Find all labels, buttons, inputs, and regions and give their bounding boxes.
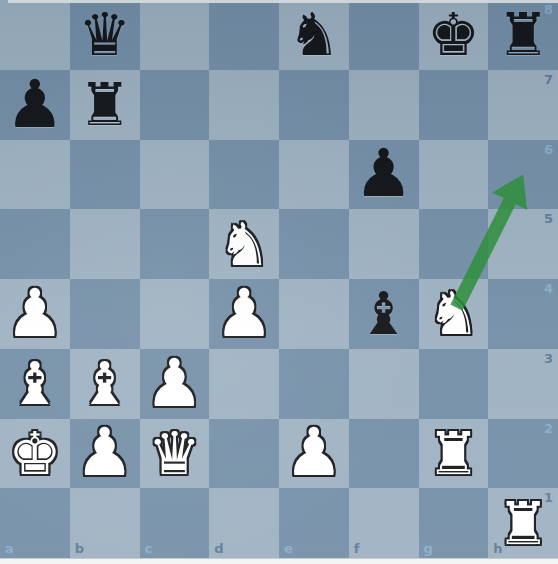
square-a2[interactable]: ♚ (0, 419, 70, 489)
square-e4[interactable] (279, 279, 349, 349)
square-a6[interactable] (0, 140, 70, 210)
piece-black-rook[interactable]: ♜ (488, 0, 558, 70)
file-label-g: g (424, 542, 433, 555)
square-f7[interactable] (349, 70, 419, 140)
file-label-e: e (284, 542, 293, 555)
piece-white-pawn[interactable]: ♟ (0, 279, 70, 349)
square-c8[interactable] (140, 0, 210, 70)
square-a3[interactable]: ♝ (0, 349, 70, 419)
square-h1[interactable]: ♜h1 (488, 488, 558, 558)
square-f2[interactable] (349, 419, 419, 489)
piece-white-pawn[interactable]: ♟ (209, 279, 279, 349)
square-f8[interactable] (349, 0, 419, 70)
square-h3[interactable]: 3 (488, 349, 558, 419)
square-a7[interactable]: ♟ (0, 70, 70, 140)
piece-black-king[interactable]: ♚ (419, 0, 489, 70)
square-g7[interactable] (419, 70, 489, 140)
piece-white-bishop[interactable]: ♝ (70, 349, 140, 419)
file-label-f: f (354, 542, 360, 555)
top-edge-strip (8, 0, 558, 3)
piece-black-bishop[interactable]: ♝ (349, 279, 419, 349)
square-h7[interactable]: 7 (488, 70, 558, 140)
square-f5[interactable] (349, 209, 419, 279)
square-h2[interactable]: 2 (488, 419, 558, 489)
page: ♛♞♚♜8♟♜7♟6♞5♟♟♝♞4♝♝♟3♚♟♛♟♜2abcdefg♜h1 (0, 0, 558, 564)
square-b7[interactable]: ♜ (70, 70, 140, 140)
piece-white-knight[interactable]: ♞ (209, 209, 279, 279)
square-a4[interactable]: ♟ (0, 279, 70, 349)
square-e6[interactable] (279, 140, 349, 210)
square-c4[interactable] (140, 279, 210, 349)
square-b1[interactable]: b (70, 488, 140, 558)
square-d8[interactable] (209, 0, 279, 70)
square-e3[interactable] (279, 349, 349, 419)
file-label-b: b (75, 542, 84, 555)
piece-black-knight[interactable]: ♞ (279, 0, 349, 70)
piece-white-pawn[interactable]: ♟ (70, 419, 140, 489)
rank-label-5: 5 (544, 212, 553, 225)
square-g1[interactable]: g (419, 488, 489, 558)
square-c7[interactable] (140, 70, 210, 140)
square-f3[interactable] (349, 349, 419, 419)
square-d2[interactable] (209, 419, 279, 489)
square-b2[interactable]: ♟ (70, 419, 140, 489)
square-e7[interactable] (279, 70, 349, 140)
square-a5[interactable] (0, 209, 70, 279)
square-b4[interactable] (70, 279, 140, 349)
square-g6[interactable] (419, 140, 489, 210)
square-b5[interactable] (70, 209, 140, 279)
square-d1[interactable]: d (209, 488, 279, 558)
square-e1[interactable]: e (279, 488, 349, 558)
rank-label-6: 6 (544, 143, 553, 156)
square-c5[interactable] (140, 209, 210, 279)
rank-label-7: 7 (544, 73, 553, 86)
square-a8[interactable] (0, 0, 70, 70)
square-c3[interactable]: ♟ (140, 349, 210, 419)
square-c1[interactable]: c (140, 488, 210, 558)
square-c6[interactable] (140, 140, 210, 210)
square-f4[interactable]: ♝ (349, 279, 419, 349)
square-g5[interactable] (419, 209, 489, 279)
square-g2[interactable]: ♜ (419, 419, 489, 489)
square-d4[interactable]: ♟ (209, 279, 279, 349)
square-d7[interactable] (209, 70, 279, 140)
square-e2[interactable]: ♟ (279, 419, 349, 489)
square-g3[interactable] (419, 349, 489, 419)
piece-black-pawn[interactable]: ♟ (349, 140, 419, 210)
square-f1[interactable]: f (349, 488, 419, 558)
square-c2[interactable]: ♛ (140, 419, 210, 489)
square-e8[interactable]: ♞ (279, 0, 349, 70)
rank-label-4: 4 (544, 282, 553, 295)
piece-white-rook[interactable]: ♜ (419, 419, 489, 489)
square-d3[interactable] (209, 349, 279, 419)
rank-label-3: 3 (544, 352, 553, 365)
square-g8[interactable]: ♚ (419, 0, 489, 70)
piece-white-queen[interactable]: ♛ (140, 419, 210, 489)
chess-board: ♛♞♚♜8♟♜7♟6♞5♟♟♝♞4♝♝♟3♚♟♛♟♜2abcdefg♜h1 (0, 0, 558, 558)
piece-white-pawn[interactable]: ♟ (140, 349, 210, 419)
square-d6[interactable] (209, 140, 279, 210)
bottom-edge-strip (0, 558, 558, 564)
square-e5[interactable] (279, 209, 349, 279)
piece-white-king[interactable]: ♚ (0, 419, 70, 489)
piece-white-rook[interactable]: ♜ (488, 488, 558, 558)
piece-white-pawn[interactable]: ♟ (279, 419, 349, 489)
file-label-d: d (214, 542, 223, 555)
piece-white-bishop[interactable]: ♝ (0, 349, 70, 419)
square-h5[interactable]: 5 (488, 209, 558, 279)
file-label-a: a (5, 542, 14, 555)
piece-black-queen[interactable]: ♛ (70, 0, 140, 70)
square-h8[interactable]: ♜8 (488, 0, 558, 70)
square-b6[interactable] (70, 140, 140, 210)
square-b8[interactable]: ♛ (70, 0, 140, 70)
square-d5[interactable]: ♞ (209, 209, 279, 279)
square-h6[interactable]: 6 (488, 140, 558, 210)
piece-black-rook[interactable]: ♜ (70, 70, 140, 140)
piece-black-pawn[interactable]: ♟ (0, 70, 70, 140)
square-a1[interactable]: a (0, 488, 70, 558)
rank-label-2: 2 (544, 422, 553, 435)
square-g4[interactable]: ♞ (419, 279, 489, 349)
piece-white-knight[interactable]: ♞ (419, 279, 489, 349)
file-label-c: c (145, 542, 153, 555)
square-h4[interactable]: 4 (488, 279, 558, 349)
square-b3[interactable]: ♝ (70, 349, 140, 419)
square-f6[interactable]: ♟ (349, 140, 419, 210)
